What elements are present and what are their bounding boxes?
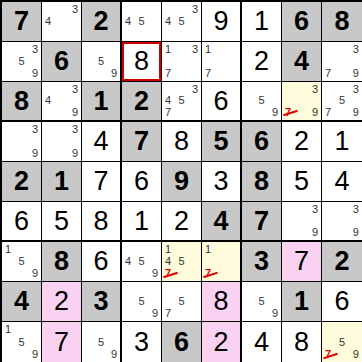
candidate-3: 3 <box>187 84 198 95</box>
cell-r3c1[interactable]: 8 <box>2 82 42 122</box>
solved-digit: 2 <box>254 48 269 75</box>
solved-digit: 8 <box>213 288 228 315</box>
candidate-5: 5 <box>256 95 267 106</box>
candidate-7: 7 <box>165 308 176 319</box>
cell-r6c3[interactable]: 8 <box>82 202 122 242</box>
cell-r9c4[interactable]: 3 <box>122 322 162 362</box>
candidate-3: 3 <box>307 84 318 95</box>
cell-r8c8[interactable]: 1 <box>282 282 322 322</box>
cell-r8c5[interactable]: 57 <box>162 282 202 322</box>
pencil-marks: 1457 <box>162 242 201 281</box>
candidate-9: 9 <box>267 107 278 118</box>
candidate-5: 5 <box>16 256 27 267</box>
cell-r1c2[interactable]: 34 <box>42 2 82 42</box>
candidate-9: 9 <box>307 227 318 238</box>
solved-digit: 7 <box>294 248 309 275</box>
candidate-3: 3 <box>187 44 198 55</box>
candidate-1: 1 <box>5 324 16 335</box>
solved-digit: 3 <box>213 168 228 195</box>
solved-digit: 7 <box>54 329 69 356</box>
cell-r6c8[interactable]: 39 <box>282 202 322 242</box>
given-digit: 1 <box>54 168 69 195</box>
pencil-marks: 39 <box>282 202 321 240</box>
candidate-3: 3 <box>187 4 198 15</box>
cell-r6c4[interactable]: 1 <box>122 202 162 242</box>
candidate-9: 9 <box>348 68 359 79</box>
cell-r6c1[interactable]: 6 <box>2 202 42 242</box>
cell-r1c3[interactable]: 2 <box>82 2 122 42</box>
given-digit: 2 <box>93 8 108 35</box>
cell-r2c5[interactable]: 137 <box>162 42 202 82</box>
candidate-5: 5 <box>16 337 27 348</box>
solved-digit: 5 <box>294 168 309 195</box>
cell-r3c6[interactable]: 6 <box>202 82 242 122</box>
given-digit: 9 <box>174 168 189 195</box>
cell-r1c6[interactable]: 9 <box>202 2 242 42</box>
cell-r9c5[interactable]: 6 <box>162 322 202 362</box>
cell-r4c3[interactable]: 4 <box>82 122 122 162</box>
given-digit: 2 <box>14 168 29 195</box>
solved-digit: 2 <box>213 329 228 356</box>
cell-r8c3[interactable]: 3 <box>82 282 122 322</box>
cell-r9c2[interactable]: 7 <box>42 322 82 362</box>
given-digit: 6 <box>294 8 309 35</box>
cell-r7c8[interactable]: 7 <box>282 242 322 282</box>
solved-digit: 1 <box>254 8 269 35</box>
cell-r3c4[interactable]: 2 <box>122 82 162 122</box>
solved-digit: 2 <box>294 128 309 155</box>
candidate-7: 7 <box>325 107 336 118</box>
solved-digit: 6 <box>134 168 149 195</box>
candidate-4: 4 <box>45 95 56 106</box>
candidate-9: 9 <box>27 268 38 279</box>
candidate-3: 3 <box>307 204 318 215</box>
cell-r2c3[interactable]: 59 <box>82 42 122 82</box>
pencil-marks: 3457 <box>162 82 201 120</box>
given-digit: 4 <box>294 48 309 75</box>
candidate-5: 5 <box>96 337 107 348</box>
solved-digit: 6 <box>334 288 349 315</box>
candidate-1: 1 <box>165 244 176 255</box>
candidate-3: 3 <box>348 84 359 95</box>
cell-r8c6[interactable]: 8 <box>202 282 242 322</box>
pencil-marks: 459 <box>122 242 161 281</box>
cell-r4c6[interactable]: 5 <box>202 122 242 162</box>
candidate-9: 9 <box>27 68 38 79</box>
solved-digit: 8 <box>93 208 108 235</box>
cell-r6c9[interactable]: 39 <box>322 202 362 242</box>
pencil-marks: 159 <box>2 322 41 362</box>
cell-r7c5[interactable]: 1457 <box>162 242 202 282</box>
cell-r1c7[interactable]: 1 <box>242 2 282 42</box>
candidate-1: 1 <box>5 244 16 255</box>
candidate-9: 9 <box>348 107 359 118</box>
cell-r7c1[interactable]: 159 <box>2 242 42 282</box>
pencil-marks: 137 <box>162 42 201 81</box>
cell-r5c5[interactable]: 9 <box>162 162 202 202</box>
pencil-marks: 59 <box>82 42 120 81</box>
candidate-7: 7 <box>205 68 216 79</box>
candidate-9: 9 <box>147 268 158 279</box>
cell-r7c7[interactable]: 3 <box>242 242 282 282</box>
candidate-9: 9 <box>147 308 158 319</box>
candidate-5: 5 <box>176 256 187 267</box>
cell-r8c7[interactable]: 59 <box>242 282 282 322</box>
cell-r3c2[interactable]: 349 <box>42 82 82 122</box>
candidate-4: 4 <box>125 256 136 267</box>
solved-digit: 2 <box>174 208 189 235</box>
candidate-4: 4 <box>165 256 176 267</box>
cell-r1c5[interactable]: 345 <box>162 2 202 42</box>
solved-digit: 6 <box>213 88 228 115</box>
cell-r3c7[interactable]: 59 <box>242 82 282 122</box>
cell-r5c6[interactable]: 3 <box>202 162 242 202</box>
candidate-3: 3 <box>67 4 78 15</box>
given-digit: 5 <box>213 128 228 155</box>
excluded-candidate-7: 7 <box>165 268 176 279</box>
candidate-5: 5 <box>136 256 147 267</box>
pencil-marks: 59 <box>242 282 281 321</box>
cell-r4c9[interactable]: 1 <box>322 122 362 162</box>
cell-r6c2[interactable]: 5 <box>42 202 82 242</box>
cell-r1c8[interactable]: 6 <box>282 2 322 42</box>
candidate-3: 3 <box>348 44 359 55</box>
candidate-4: 4 <box>125 16 136 27</box>
candidate-4: 4 <box>45 16 56 27</box>
cell-r5c1[interactable]: 2 <box>2 162 42 202</box>
cell-r2c4[interactable]: 8 <box>122 42 162 82</box>
cell-r9c1[interactable]: 159 <box>2 322 42 362</box>
cell-r4c2[interactable]: 39 <box>42 122 82 162</box>
pencil-marks: 345 <box>162 2 201 41</box>
given-digit: 8 <box>14 88 29 115</box>
solved-digit: 8 <box>134 48 149 75</box>
solved-digit: 4 <box>93 128 108 155</box>
cell-r2c1[interactable]: 359 <box>2 42 42 82</box>
candidate-7: 7 <box>165 68 176 79</box>
cell-r7c6[interactable]: 17 <box>202 242 242 282</box>
pencil-marks: 57 <box>162 282 201 321</box>
pencil-marks: 379 <box>322 42 362 81</box>
given-digit: 4 <box>14 288 29 315</box>
cell-r7c2[interactable]: 8 <box>42 242 82 282</box>
given-digit: 2 <box>334 248 349 275</box>
cell-r7c9[interactable]: 2 <box>322 242 362 282</box>
candidate-7: 7 <box>165 107 176 118</box>
given-digit: 8 <box>254 168 269 195</box>
candidate-3: 3 <box>27 124 38 135</box>
cell-r3c5[interactable]: 3457 <box>162 82 202 122</box>
candidate-4: 4 <box>165 16 176 27</box>
cell-r9c3[interactable]: 59 <box>82 322 122 362</box>
solved-digit: 7 <box>93 168 108 195</box>
pencil-marks: 3579 <box>322 82 362 120</box>
cell-r5c4[interactable]: 6 <box>122 162 162 202</box>
candidate-9: 9 <box>106 68 117 79</box>
given-digit: 7 <box>254 208 269 235</box>
cell-r5c2[interactable]: 1 <box>42 162 82 202</box>
cell-r4c5[interactable]: 8 <box>162 122 202 162</box>
pencil-marks: 359 <box>2 42 41 81</box>
given-digit: 6 <box>254 128 269 155</box>
cell-r8c9[interactable]: 6 <box>322 282 362 322</box>
pencil-marks: 17 <box>202 42 240 81</box>
cell-r8c4[interactable]: 59 <box>122 282 162 322</box>
cell-r2c7[interactable]: 2 <box>242 42 282 82</box>
candidate-4: 4 <box>165 95 176 106</box>
given-digit: 6 <box>174 329 189 356</box>
given-digit: 6 <box>54 48 69 75</box>
solved-digit: 8 <box>174 128 189 155</box>
candidate-3: 3 <box>27 44 38 55</box>
candidate-5: 5 <box>176 16 187 27</box>
candidate-9: 9 <box>27 349 38 360</box>
solved-digit: 3 <box>134 329 149 356</box>
solved-digit: 6 <box>93 248 108 275</box>
cell-r1c1[interactable]: 7 <box>2 2 42 42</box>
candidate-1: 1 <box>205 244 216 255</box>
candidate-9: 9 <box>267 308 278 319</box>
given-digit: 1 <box>294 288 309 315</box>
given-digit: 4 <box>213 208 228 235</box>
cell-r2c6[interactable]: 17 <box>202 42 242 82</box>
given-digit: 7 <box>134 128 149 155</box>
cell-r4c1[interactable]: 39 <box>2 122 42 162</box>
candidate-5: 5 <box>136 296 147 307</box>
cell-r2c8[interactable]: 4 <box>282 42 322 82</box>
cell-r4c4[interactable]: 7 <box>122 122 162 162</box>
pencil-marks: 579 <box>322 322 362 362</box>
pencil-marks: 45 <box>122 2 161 41</box>
pencil-marks: 349 <box>42 82 81 120</box>
candidate-3: 3 <box>67 84 78 95</box>
excluded-candidate-7: 7 <box>285 107 296 118</box>
candidate-5: 5 <box>176 296 187 307</box>
solved-digit: 4 <box>254 329 269 356</box>
given-digit: 8 <box>54 248 69 275</box>
excluded-candidate-7: 7 <box>205 268 216 279</box>
cell-r5c8[interactable]: 5 <box>282 162 322 202</box>
cell-r8c1[interactable]: 4 <box>2 282 42 322</box>
candidate-5: 5 <box>336 95 347 106</box>
candidate-7: 7 <box>325 68 336 79</box>
cell-r7c4[interactable]: 459 <box>122 242 162 282</box>
pencil-marks: 379 <box>282 82 321 120</box>
candidate-5: 5 <box>176 95 187 106</box>
cell-r5c9[interactable]: 4 <box>322 162 362 202</box>
cell-r9c6[interactable]: 2 <box>202 322 242 362</box>
pencil-marks: 59 <box>242 82 281 120</box>
cell-r3c8[interactable]: 379 <box>282 82 322 122</box>
cell-r3c9[interactable]: 3579 <box>322 82 362 122</box>
candidate-3: 3 <box>348 204 359 215</box>
excluded-candidate-7: 7 <box>325 349 336 360</box>
candidate-3: 3 <box>67 124 78 135</box>
pencil-marks: 39 <box>42 122 81 161</box>
cell-r1c9[interactable]: 8 <box>322 2 362 42</box>
pencil-marks: 39 <box>322 202 362 240</box>
cell-r7c3[interactable]: 6 <box>82 242 122 282</box>
cell-r3c3[interactable]: 1 <box>82 82 122 122</box>
cell-r5c3[interactable]: 7 <box>82 162 122 202</box>
solved-digit: 5 <box>54 208 69 235</box>
cell-r6c5[interactable]: 2 <box>162 202 202 242</box>
pencil-marks: 159 <box>2 242 41 281</box>
given-digit: 2 <box>134 88 149 115</box>
pencil-marks: 39 <box>2 122 41 161</box>
candidate-9: 9 <box>106 349 117 360</box>
candidate-9: 9 <box>348 227 359 238</box>
cell-r8c2[interactable]: 2 <box>42 282 82 322</box>
cell-r6c7[interactable]: 7 <box>242 202 282 242</box>
candidate-1: 1 <box>165 44 176 55</box>
sudoku-board: 7342453459168359659813717243798349123457… <box>0 0 362 362</box>
given-digit: 7 <box>14 8 29 35</box>
pencil-marks: 34 <box>42 2 81 41</box>
cell-r1c4[interactable]: 45 <box>122 2 162 42</box>
pencil-marks: 59 <box>82 322 120 362</box>
candidate-5: 5 <box>136 16 147 27</box>
cell-r9c7[interactable]: 4 <box>242 322 282 362</box>
candidate-5: 5 <box>96 56 107 67</box>
cell-r9c8[interactable]: 8 <box>282 322 322 362</box>
candidate-5: 5 <box>16 56 27 67</box>
given-digit: 3 <box>93 288 108 315</box>
solved-digit: 6 <box>14 208 29 235</box>
solved-digit: 4 <box>334 168 349 195</box>
solved-digit: 2 <box>54 288 69 315</box>
given-digit: 3 <box>254 248 269 275</box>
cell-r5c7[interactable]: 8 <box>242 162 282 202</box>
candidate-9: 9 <box>348 349 359 360</box>
cell-r2c9[interactable]: 379 <box>322 42 362 82</box>
given-digit: 8 <box>334 8 349 35</box>
candidate-9: 9 <box>307 107 318 118</box>
candidate-9: 9 <box>67 107 78 118</box>
given-digit: 1 <box>93 88 108 115</box>
cell-r4c8[interactable]: 2 <box>282 122 322 162</box>
candidate-9: 9 <box>67 148 78 159</box>
pencil-marks: 17 <box>202 242 240 281</box>
cell-r9c9[interactable]: 579 <box>322 322 362 362</box>
cell-r4c7[interactable]: 6 <box>242 122 282 162</box>
candidate-5: 5 <box>336 337 347 348</box>
candidate-1: 1 <box>205 44 216 55</box>
solved-digit: 8 <box>294 329 309 356</box>
cell-r2c2[interactable]: 6 <box>42 42 82 82</box>
solved-digit: 1 <box>134 208 149 235</box>
cell-r6c6[interactable]: 4 <box>202 202 242 242</box>
candidate-9: 9 <box>27 148 38 159</box>
solved-digit: 9 <box>213 8 228 35</box>
solved-digit: 1 <box>334 128 349 155</box>
candidate-5: 5 <box>256 296 267 307</box>
pencil-marks: 59 <box>122 282 161 321</box>
